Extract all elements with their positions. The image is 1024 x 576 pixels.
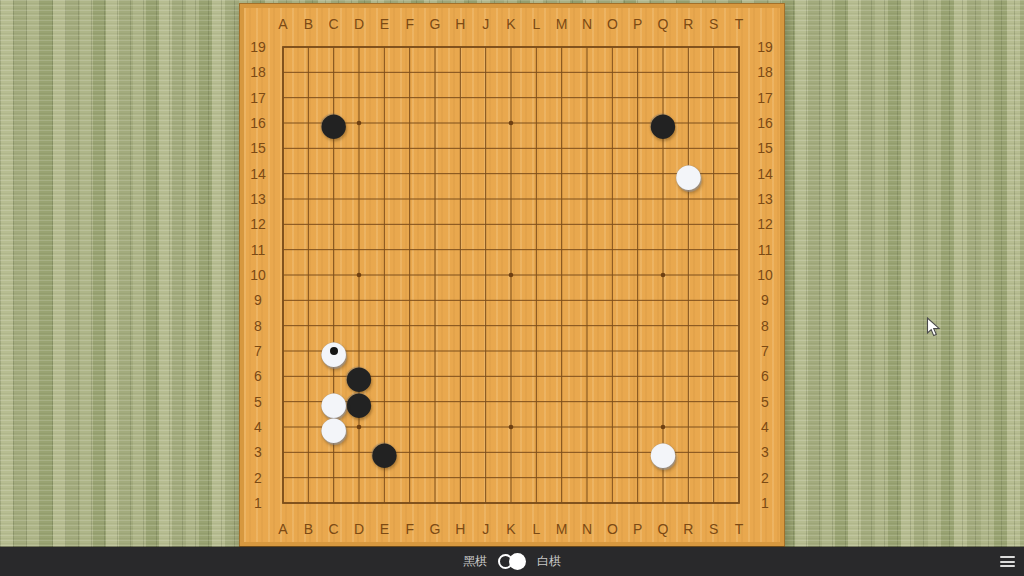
row-label-right-2: 2	[761, 470, 769, 486]
row-label-right-1: 1	[761, 495, 769, 511]
col-label-bottom-D: D	[354, 521, 364, 537]
col-label-top-T: T	[735, 16, 744, 32]
star-point-Q4	[661, 425, 666, 430]
col-label-top-S: S	[709, 16, 718, 32]
row-label-left-15: 15	[250, 140, 266, 156]
col-label-top-C: C	[329, 16, 339, 32]
bottom-toolbar: 黑棋 白棋	[0, 547, 1024, 576]
col-label-bottom-Q: Q	[658, 521, 669, 537]
row-label-left-5: 5	[254, 394, 262, 410]
col-label-bottom-P: P	[633, 521, 642, 537]
col-label-top-N: N	[582, 16, 592, 32]
col-label-top-Q: Q	[658, 16, 669, 32]
row-label-left-19: 19	[250, 39, 266, 55]
row-label-right-17: 17	[757, 90, 773, 106]
stone-color-toggle[interactable]	[498, 553, 526, 570]
stone-color-toggle-group: 黑棋 白棋	[463, 553, 561, 570]
black-stone-Q16[interactable]: ●	[650, 110, 676, 136]
row-label-right-11: 11	[758, 242, 773, 258]
col-label-top-H: H	[455, 16, 465, 32]
row-label-right-14: 14	[757, 166, 773, 182]
row-label-left-7: 7	[254, 343, 262, 359]
row-label-left-9: 9	[254, 292, 262, 308]
row-label-left-13: 13	[250, 191, 266, 207]
col-label-top-E: E	[380, 16, 389, 32]
star-point-D16	[357, 121, 362, 126]
col-label-top-J: J	[482, 16, 489, 32]
white-stone-C4[interactable]: ●	[321, 414, 347, 440]
row-label-right-9: 9	[761, 292, 769, 308]
star-point-Q10	[661, 273, 666, 278]
col-label-bottom-B: B	[304, 521, 313, 537]
row-label-right-13: 13	[757, 191, 773, 207]
row-label-right-10: 10	[757, 267, 773, 283]
col-label-bottom-H: H	[455, 521, 465, 537]
black-stones-label: 黑棋	[463, 553, 487, 570]
row-label-right-3: 3	[761, 444, 769, 460]
row-label-left-17: 17	[250, 90, 266, 106]
row-label-right-15: 15	[757, 140, 773, 156]
col-label-bottom-M: M	[556, 521, 568, 537]
black-stone-C16[interactable]: ●	[321, 110, 347, 136]
row-label-left-6: 6	[254, 368, 262, 384]
col-label-bottom-J: J	[482, 521, 489, 537]
black-stone-E3[interactable]: ●	[371, 439, 397, 465]
row-label-right-19: 19	[757, 39, 773, 55]
col-label-top-D: D	[354, 16, 364, 32]
col-label-bottom-K: K	[506, 521, 515, 537]
row-label-left-3: 3	[254, 444, 262, 460]
row-label-left-14: 14	[250, 166, 266, 182]
tatami-background: AABBCCDDEEFFGGHHJJKKLLMMNNOOPPQQRRSSTT19…	[0, 0, 1024, 576]
row-label-left-8: 8	[254, 318, 262, 334]
black-stone-glyph: ●	[320, 108, 348, 140]
go-board[interactable]: AABBCCDDEEFFGGHHJJKKLLMMNNOOPPQQRRSSTT19…	[240, 4, 784, 546]
col-label-top-M: M	[556, 16, 568, 32]
row-label-right-6: 6	[761, 368, 769, 384]
row-label-left-4: 4	[254, 419, 262, 435]
white-stone-toggle-icon	[509, 553, 526, 570]
row-label-right-4: 4	[761, 419, 769, 435]
col-label-top-P: P	[633, 16, 642, 32]
col-label-top-F: F	[405, 16, 414, 32]
col-label-top-B: B	[304, 16, 313, 32]
row-label-left-2: 2	[254, 470, 262, 486]
white-stone-Q3[interactable]: ●	[650, 439, 676, 465]
row-label-left-16: 16	[250, 115, 266, 131]
row-label-left-1: 1	[254, 495, 262, 511]
white-stone-glyph: ●	[649, 437, 677, 469]
star-point-K16	[509, 121, 514, 126]
white-stones-label: 白棋	[537, 553, 561, 570]
row-label-left-10: 10	[250, 267, 266, 283]
col-label-top-O: O	[607, 16, 618, 32]
col-label-bottom-A: A	[278, 521, 287, 537]
last-move-marker	[330, 347, 338, 355]
star-point-D4	[357, 425, 362, 430]
black-stone-glyph: ●	[649, 108, 677, 140]
white-stone-glyph: ●	[320, 412, 348, 444]
mouse-cursor	[926, 317, 941, 338]
star-point-K10	[509, 273, 514, 278]
row-label-right-16: 16	[757, 115, 773, 131]
black-stone-glyph: ●	[370, 437, 398, 469]
menu-button[interactable]	[998, 547, 1017, 576]
col-label-bottom-S: S	[709, 521, 718, 537]
col-label-bottom-N: N	[582, 521, 592, 537]
row-label-right-7: 7	[761, 343, 769, 359]
white-stone-C7[interactable]: ●	[321, 338, 347, 364]
star-point-K4	[509, 425, 514, 430]
black-stone-glyph: ●	[345, 387, 373, 419]
star-point-D10	[357, 273, 362, 278]
col-label-bottom-C: C	[329, 521, 339, 537]
hamburger-icon	[1000, 554, 1015, 570]
row-label-left-12: 12	[250, 216, 266, 232]
row-label-left-11: 11	[251, 242, 266, 258]
row-label-right-12: 12	[757, 216, 773, 232]
col-label-bottom-G: G	[430, 521, 441, 537]
white-stone-R14[interactable]: ●	[675, 161, 701, 187]
col-label-bottom-O: O	[607, 521, 618, 537]
row-label-left-18: 18	[250, 64, 266, 80]
col-label-top-G: G	[430, 16, 441, 32]
col-label-bottom-T: T	[735, 521, 744, 537]
col-label-bottom-E: E	[380, 521, 389, 537]
col-label-bottom-F: F	[405, 521, 414, 537]
row-label-right-18: 18	[757, 64, 773, 80]
white-stone-glyph: ●	[674, 159, 702, 191]
col-label-bottom-L: L	[532, 521, 540, 537]
black-stone-D5[interactable]: ●	[346, 389, 372, 415]
col-label-top-A: A	[278, 16, 287, 32]
col-label-top-R: R	[683, 16, 693, 32]
arrow-pointer-icon	[926, 317, 941, 338]
col-label-top-L: L	[532, 16, 540, 32]
row-label-right-8: 8	[761, 318, 769, 334]
col-label-bottom-R: R	[683, 521, 693, 537]
row-label-right-5: 5	[761, 394, 769, 410]
col-label-top-K: K	[506, 16, 515, 32]
